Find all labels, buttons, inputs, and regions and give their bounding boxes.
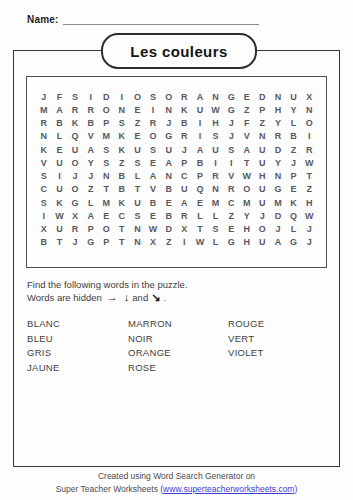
grid-cell: T: [114, 223, 130, 236]
grid-cell: B: [145, 196, 161, 209]
grid-cell: U: [176, 183, 192, 196]
name-blank-line: [63, 13, 259, 25]
grid-cell: U: [130, 143, 146, 156]
letter-grid: JFSIDIOSORANGEDNUXMARRONEINKUWGZPHYNRBKB…: [26, 76, 327, 268]
grid-cell: L: [286, 223, 302, 236]
grid-cell: W: [208, 103, 224, 116]
grid-cell: U: [52, 183, 68, 196]
grid-cell: G: [270, 183, 286, 196]
grid-cell: T: [239, 156, 255, 169]
grid-cell: J: [67, 170, 83, 183]
grid-cell: X: [67, 209, 83, 222]
grid-cell: P: [255, 103, 271, 116]
grid-cell: C: [176, 170, 192, 183]
grid-cell: T: [301, 170, 317, 183]
grid-cell: S: [223, 143, 239, 156]
grid-cell: N: [114, 103, 130, 116]
grid-cell: S: [36, 170, 52, 183]
word-list-item: BLEU: [27, 332, 60, 347]
grid-cell: P: [192, 170, 208, 183]
footer-line1: Created using Word Search Generator on: [0, 470, 353, 483]
grid-cell: I: [223, 156, 239, 169]
grid-cell: K: [114, 130, 130, 143]
grid-cell: N: [161, 170, 177, 183]
grid-cell: R: [67, 103, 83, 116]
grid-cell: R: [223, 183, 239, 196]
grid-cell: J: [286, 156, 302, 169]
grid-cell: G: [83, 236, 99, 249]
grid-cell: U: [255, 156, 271, 169]
grid-cell: N: [130, 223, 146, 236]
grid-cell: L: [52, 130, 68, 143]
grid-cell: J: [301, 223, 317, 236]
footer-line2: Super Teacher Worksheets (www.superteach…: [0, 483, 353, 496]
grid-cell: W: [239, 170, 255, 183]
footer: Created using Word Search Generator on S…: [0, 470, 353, 495]
grid-cell: M: [98, 196, 114, 209]
grid-cell: R: [83, 103, 99, 116]
grid-cell: S: [208, 223, 224, 236]
instructions-line1: Find the following words in the puzzle.: [27, 278, 188, 291]
grid-cell: E: [145, 156, 161, 169]
grid-cell: L: [208, 236, 224, 249]
puzzle-title-pill: Les couleurs: [101, 33, 257, 69]
grid-cell: O: [130, 90, 146, 103]
grid-cell: P: [83, 223, 99, 236]
grid-cell: K: [67, 117, 83, 130]
grid-cell: U: [286, 90, 302, 103]
grid-cell: I: [192, 117, 208, 130]
grid-cell: J: [270, 223, 286, 236]
grid-cell: V: [223, 170, 239, 183]
name-label: Name:: [27, 14, 59, 25]
grid-cell: U: [208, 143, 224, 156]
grid-cell: W: [301, 156, 317, 169]
grid-cell: W: [301, 209, 317, 222]
grid-cell: Y: [83, 156, 99, 169]
grid-cell: J: [301, 236, 317, 249]
grid-cell: Z: [161, 236, 177, 249]
grid-cell: Y: [286, 103, 302, 116]
grid-cell: H: [255, 170, 271, 183]
word-list-item: BLANC: [27, 317, 60, 332]
grid-cell: Z: [130, 117, 146, 130]
grid-cell: J: [176, 143, 192, 156]
grid-cell: T: [114, 236, 130, 249]
word-list-item: ORANGE: [128, 346, 172, 361]
grid-cell: N: [270, 170, 286, 183]
grid-cell: Q: [286, 209, 302, 222]
grid-cell: C: [114, 209, 130, 222]
grid-cell: M: [270, 196, 286, 209]
grid-cell: B: [176, 117, 192, 130]
grid-cell: T: [130, 183, 146, 196]
grid-cell: T: [98, 183, 114, 196]
grid-cell: D: [270, 143, 286, 156]
name-row: Name:: [27, 13, 259, 25]
grid-cell: E: [145, 209, 161, 222]
grid-cell: N: [270, 90, 286, 103]
grid-cell: A: [83, 143, 99, 156]
grid-cell: B: [52, 117, 68, 130]
grid-cell: R: [270, 130, 286, 143]
grid-cell: M: [36, 103, 52, 116]
grid-cell: V: [145, 183, 161, 196]
grid-cell: H: [301, 196, 317, 209]
right-arrow-icon: →: [107, 291, 118, 303]
word-list-item: GRIS: [27, 346, 60, 361]
instructions: Find the following words in the puzzle. …: [27, 278, 188, 304]
grid-cell: I: [192, 130, 208, 143]
grid-cell: X: [176, 223, 192, 236]
grid-cell: O: [67, 183, 83, 196]
grid-cell: W: [192, 236, 208, 249]
grid-cell: Z: [223, 209, 239, 222]
grid-cell: E: [286, 183, 302, 196]
grid-cell: U: [52, 223, 68, 236]
grid-cell: U: [255, 196, 271, 209]
grid-cell: G: [223, 103, 239, 116]
grid-cell: H: [270, 103, 286, 116]
grid-cell: N: [36, 130, 52, 143]
grid-cell: G: [161, 130, 177, 143]
grid-cell: J: [255, 209, 271, 222]
grid-cell: U: [161, 143, 177, 156]
grid-cell: X: [301, 90, 317, 103]
grid-cell: S: [145, 90, 161, 103]
grid-cell: A: [270, 236, 286, 249]
grid-cell: A: [239, 143, 255, 156]
grid-cell: I: [114, 90, 130, 103]
grid-cell: F: [239, 117, 255, 130]
grid-cell: I: [36, 209, 52, 222]
grid-cell: A: [145, 170, 161, 183]
grid-cell: N: [98, 170, 114, 183]
grid-cell: R: [176, 209, 192, 222]
grid-cell: O: [255, 223, 271, 236]
grid-cell: Z: [286, 143, 302, 156]
grid-cell: E: [161, 196, 177, 209]
grid-cell: W: [52, 209, 68, 222]
grid-cell: L: [286, 117, 302, 130]
grid-cell: W: [145, 223, 161, 236]
grid-cell: M: [208, 196, 224, 209]
grid-cell: J: [161, 117, 177, 130]
grid-cell: G: [223, 90, 239, 103]
grid-cell: O: [98, 223, 114, 236]
grid-cell: C: [223, 196, 239, 209]
grid-cell: N: [208, 90, 224, 103]
grid-cell: I: [176, 236, 192, 249]
grid-cell: U: [255, 183, 271, 196]
grid-cell: V: [36, 156, 52, 169]
grid-cell: N: [130, 236, 146, 249]
close-paren: ): [294, 484, 297, 494]
grid-cell: E: [192, 196, 208, 209]
grid-cell: K: [176, 103, 192, 116]
instructions-line2-prefix: Words are hidden: [27, 292, 102, 303]
diagonal-arrow-icon: ↘: [151, 291, 160, 303]
grid-cell: Y: [270, 117, 286, 130]
grid-cell: Q: [192, 183, 208, 196]
grid-cell: L: [192, 209, 208, 222]
grid-cell: S: [208, 130, 224, 143]
grid-cell: O: [161, 90, 177, 103]
grid-cell: H: [208, 117, 224, 130]
grid-cell: L: [208, 209, 224, 222]
grid-cell: R: [176, 90, 192, 103]
grid-cell: R: [145, 117, 161, 130]
grid-cell: K: [52, 196, 68, 209]
grid-cell: U: [52, 156, 68, 169]
grid-cell: E: [239, 90, 255, 103]
grid-cell: J: [36, 90, 52, 103]
grid-cell: S: [130, 209, 146, 222]
word-list-item: VIOLET: [228, 346, 264, 361]
grid-cell: A: [192, 90, 208, 103]
grid-cell: U: [255, 236, 271, 249]
grid-cell: U: [192, 103, 208, 116]
grid-cell: D: [270, 209, 286, 222]
grid-cell: R: [208, 170, 224, 183]
word-list-item: NOIR: [128, 332, 172, 347]
grid-cell: Z: [239, 103, 255, 116]
word-list-item: VERT: [228, 332, 264, 347]
grid-cell: B: [161, 209, 177, 222]
grid-cell: P: [98, 117, 114, 130]
worksheet-page: Name: Les couleurs JFSIDIOSORANGEDNUXMAR…: [0, 0, 353, 500]
grid-cell: N: [208, 183, 224, 196]
grid-cell: O: [301, 117, 317, 130]
grid-cell: Q: [67, 130, 83, 143]
puzzle-title: Les couleurs: [130, 43, 227, 60]
word-list-column: BLANCBLEUGRISJAUNE: [27, 317, 60, 375]
grid-cell: I: [208, 156, 224, 169]
grid-cell: E: [223, 223, 239, 236]
superteacherworksheets-link[interactable]: www.superteacherworksheets.com: [163, 484, 294, 494]
grid-cell: U: [130, 196, 146, 209]
grid-cell: Z: [114, 156, 130, 169]
grid-cell: S: [130, 156, 146, 169]
grid-cell: D: [255, 90, 271, 103]
grid-cell: P: [98, 236, 114, 249]
grid-cell: X: [145, 236, 161, 249]
grid-cell: S: [36, 196, 52, 209]
grid-cell: H: [239, 223, 255, 236]
grid-cell: O: [67, 156, 83, 169]
grid-cell: Y: [270, 156, 286, 169]
grid-cell: K: [114, 143, 130, 156]
grid-cell: G: [67, 196, 83, 209]
grid-cell: L: [130, 170, 146, 183]
grid-cell: S: [98, 143, 114, 156]
word-list: BLANCBLEUGRISJAUNEMARRONNOIRORANGEROSERO…: [27, 317, 327, 381]
grid-cell: H: [239, 236, 255, 249]
grid-cell: K: [286, 196, 302, 209]
grid-cell: S: [145, 143, 161, 156]
grid-cell: G: [223, 236, 239, 249]
grid-cell: T: [192, 223, 208, 236]
grid-cell: O: [145, 130, 161, 143]
grid-cell: K: [114, 196, 130, 209]
grid-cell: A: [176, 196, 192, 209]
grid-cell: I: [301, 130, 317, 143]
grid-cell: K: [36, 143, 52, 156]
footer-line2-prefix: Super Teacher Worksheets: [56, 484, 161, 494]
word-list-column: ROUGEVERTVIOLET: [228, 317, 264, 361]
grid-cell: R: [67, 223, 83, 236]
grid-cell: A: [52, 103, 68, 116]
word-list-column: MARRONNOIRORANGEROSE: [128, 317, 172, 375]
grid-cell: C: [36, 183, 52, 196]
grid-cell: O: [98, 103, 114, 116]
grid-cell: D: [161, 223, 177, 236]
grid-cell: I: [83, 90, 99, 103]
instructions-line2: Words are hidden→↓and↘.: [27, 291, 188, 304]
grid-cell: O: [239, 183, 255, 196]
grid-cell: V: [239, 130, 255, 143]
grid-cell: R: [36, 117, 52, 130]
grid-cell: R: [176, 130, 192, 143]
grid-cell: S: [98, 156, 114, 169]
grid-cell: J: [67, 236, 83, 249]
grid-cell: B: [192, 156, 208, 169]
grid-cell: E: [52, 143, 68, 156]
grid-cell: E: [130, 130, 146, 143]
grid-cell: E: [98, 209, 114, 222]
grid-cell: T: [52, 236, 68, 249]
grid-cell: M: [239, 196, 255, 209]
grid-cell: B: [161, 183, 177, 196]
and-label: and: [132, 292, 148, 303]
grid-cell: F: [52, 90, 68, 103]
grid-cell: N: [301, 103, 317, 116]
grid-cell: P: [176, 156, 192, 169]
grid-cell: R: [301, 143, 317, 156]
grid-cell: M: [98, 130, 114, 143]
grid-cell: N: [161, 103, 177, 116]
grid-cell: J: [83, 170, 99, 183]
word-list-item: ROSE: [128, 361, 172, 376]
grid-cell: S: [114, 117, 130, 130]
grid-cell: N: [255, 130, 271, 143]
grid-cell: Y: [239, 209, 255, 222]
grid-cell: L: [83, 196, 99, 209]
grid-cell: B: [286, 130, 302, 143]
grid-cell: Z: [255, 117, 271, 130]
grid-cell: I: [145, 103, 161, 116]
grid-cell: U: [67, 143, 83, 156]
grid-cell: Z: [301, 183, 317, 196]
grid-cell: A: [161, 156, 177, 169]
grid-cell: U: [255, 143, 271, 156]
grid-cell: G: [286, 236, 302, 249]
down-arrow-icon: ↓: [124, 291, 130, 303]
grid-cell: B: [83, 117, 99, 130]
grid-cell: D: [98, 90, 114, 103]
grid-cell: B: [114, 170, 130, 183]
grid-cell: Z: [83, 183, 99, 196]
grid-cell: P: [286, 170, 302, 183]
grid-cell: J: [223, 130, 239, 143]
grid-cell: A: [192, 143, 208, 156]
grid-cell: S: [67, 90, 83, 103]
period-label: .: [163, 292, 166, 303]
grid-cell: J: [223, 117, 239, 130]
grid-cell: I: [52, 170, 68, 183]
word-list-item: ROUGE: [228, 317, 264, 332]
grid-cell: V: [83, 130, 99, 143]
word-list-item: JAUNE: [27, 361, 60, 376]
grid-cell: B: [114, 183, 130, 196]
word-list-item: MARRON: [128, 317, 172, 332]
grid-cell: E: [130, 103, 146, 116]
grid-cell: A: [83, 209, 99, 222]
grid-cell: X: [36, 223, 52, 236]
grid-cell: B: [36, 236, 52, 249]
